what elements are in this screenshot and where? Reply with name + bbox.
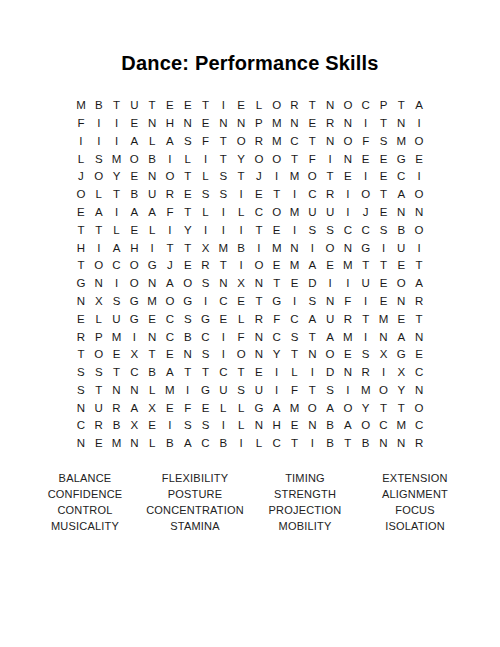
grid-cell-r10c7[interactable]: E — [179, 257, 197, 275]
grid-cell-r4c7[interactable]: L — [179, 150, 197, 168]
grid-cell-r19c13[interactable]: E — [286, 417, 304, 435]
grid-cell-r8c8[interactable]: I — [197, 222, 215, 240]
grid-cell-r16c6[interactable]: A — [161, 364, 179, 382]
grid-cell-r3c15[interactable]: N — [321, 133, 339, 151]
grid-cell-r5c9[interactable]: S — [214, 168, 232, 186]
grid-cell-r20c12[interactable]: C — [268, 435, 286, 453]
grid-cell-r16c4[interactable]: C — [125, 364, 143, 382]
grid-cell-r8c13[interactable]: I — [286, 222, 304, 240]
grid-cell-r4c13[interactable]: T — [286, 150, 304, 168]
grid-cell-r10c6[interactable]: J — [161, 257, 179, 275]
grid-cell-r12c19[interactable]: N — [392, 293, 410, 311]
grid-cell-r6c11[interactable]: E — [250, 186, 268, 204]
grid-cell-r5c15[interactable]: T — [321, 168, 339, 186]
grid-cell-r9c18[interactable]: I — [375, 239, 393, 257]
grid-cell-r5c2[interactable]: O — [90, 168, 108, 186]
grid-cell-r12c17[interactable]: I — [357, 293, 375, 311]
grid-cell-r8c14[interactable]: S — [303, 222, 321, 240]
grid-cell-r2c18[interactable]: T — [375, 115, 393, 133]
grid-cell-r17c1[interactable]: S — [72, 382, 90, 400]
grid-cell-r17c9[interactable]: U — [214, 382, 232, 400]
grid-cell-r3c1[interactable]: I — [72, 133, 90, 151]
grid-cell-r4c16[interactable]: N — [339, 150, 357, 168]
grid-cell-r16c11[interactable]: E — [250, 364, 268, 382]
grid-cell-r15c18[interactable]: X — [375, 346, 393, 364]
grid-cell-r4c9[interactable]: T — [214, 150, 232, 168]
grid-cell-r10c9[interactable]: T — [214, 257, 232, 275]
grid-cell-r2c8[interactable]: E — [197, 115, 215, 133]
grid-cell-r3c5[interactable]: L — [143, 133, 161, 151]
grid-cell-r19c1[interactable]: C — [72, 417, 90, 435]
grid-cell-r6c15[interactable]: R — [321, 186, 339, 204]
grid-cell-r3c9[interactable]: T — [214, 133, 232, 151]
grid-cell-r4c3[interactable]: M — [108, 150, 126, 168]
grid-cell-r19c2[interactable]: R — [90, 417, 108, 435]
grid-cell-r12c8[interactable]: I — [197, 293, 215, 311]
grid-cell-r9c8[interactable]: X — [197, 239, 215, 257]
grid-cell-r17c5[interactable]: L — [143, 382, 161, 400]
grid-cell-r19c14[interactable]: N — [303, 417, 321, 435]
grid-cell-r8c15[interactable]: S — [321, 222, 339, 240]
grid-cell-r2c17[interactable]: I — [357, 115, 375, 133]
grid-cell-r14c4[interactable]: I — [125, 328, 143, 346]
grid-cell-r1c9[interactable]: I — [214, 97, 232, 115]
grid-cell-r10c10[interactable]: I — [232, 257, 250, 275]
grid-cell-r1c5[interactable]: T — [143, 97, 161, 115]
grid-cell-r17c17[interactable]: M — [357, 382, 375, 400]
grid-cell-r16c19[interactable]: X — [392, 364, 410, 382]
grid-cell-r4c10[interactable]: Y — [232, 150, 250, 168]
grid-cell-r18c10[interactable]: L — [232, 400, 250, 418]
grid-cell-r16c17[interactable]: R — [357, 364, 375, 382]
grid-cell-r16c18[interactable]: I — [375, 364, 393, 382]
grid-cell-r6c9[interactable]: S — [214, 186, 232, 204]
grid-cell-r14c19[interactable]: A — [392, 328, 410, 346]
grid-cell-r11c17[interactable]: U — [357, 275, 375, 293]
grid-cell-r18c6[interactable]: E — [161, 400, 179, 418]
grid-cell-r5c8[interactable]: L — [197, 168, 215, 186]
grid-cell-r2c12[interactable]: M — [268, 115, 286, 133]
grid-cell-r15c5[interactable]: T — [143, 346, 161, 364]
grid-cell-r15c14[interactable]: N — [303, 346, 321, 364]
grid-cell-r20c7[interactable]: A — [179, 435, 197, 453]
grid-cell-r5c7[interactable]: T — [179, 168, 197, 186]
grid-cell-r11c3[interactable]: I — [108, 275, 126, 293]
grid-cell-r2c16[interactable]: N — [339, 115, 357, 133]
grid-cell-r2c5[interactable]: N — [143, 115, 161, 133]
grid-cell-r2c11[interactable]: P — [250, 115, 268, 133]
grid-cell-r17c14[interactable]: T — [303, 382, 321, 400]
grid-cell-r17c8[interactable]: G — [197, 382, 215, 400]
grid-cell-r11c1[interactable]: G — [72, 275, 90, 293]
grid-cell-r16c20[interactable]: C — [410, 364, 428, 382]
grid-cell-r9c11[interactable]: I — [250, 239, 268, 257]
grid-cell-r8c2[interactable]: T — [90, 222, 108, 240]
grid-cell-r14c14[interactable]: T — [303, 328, 321, 346]
grid-cell-r17c20[interactable]: N — [410, 382, 428, 400]
grid-cell-r11c15[interactable]: I — [321, 275, 339, 293]
grid-cell-r19c18[interactable]: C — [375, 417, 393, 435]
grid-cell-r11c14[interactable]: D — [303, 275, 321, 293]
grid-cell-r14c7[interactable]: B — [179, 328, 197, 346]
grid-cell-r5c12[interactable]: I — [268, 168, 286, 186]
grid-cell-r12c6[interactable]: O — [161, 293, 179, 311]
grid-cell-r18c11[interactable]: G — [250, 400, 268, 418]
grid-cell-r12c12[interactable]: G — [268, 293, 286, 311]
grid-cell-r9c16[interactable]: N — [339, 239, 357, 257]
grid-cell-r18c17[interactable]: Y — [357, 400, 375, 418]
grid-cell-r11c13[interactable]: E — [286, 275, 304, 293]
grid-cell-r10c16[interactable]: M — [339, 257, 357, 275]
grid-cell-r7c8[interactable]: L — [197, 204, 215, 222]
grid-cell-r13c6[interactable]: C — [161, 311, 179, 329]
grid-cell-r17c3[interactable]: N — [108, 382, 126, 400]
grid-cell-r6c6[interactable]: R — [161, 186, 179, 204]
grid-cell-r5c13[interactable]: M — [286, 168, 304, 186]
grid-cell-r10c5[interactable]: G — [143, 257, 161, 275]
grid-cell-r2c2[interactable]: I — [90, 115, 108, 133]
grid-cell-r7c10[interactable]: L — [232, 204, 250, 222]
grid-cell-r7c15[interactable]: U — [321, 204, 339, 222]
grid-cell-r20c15[interactable]: B — [321, 435, 339, 453]
grid-cell-r19c16[interactable]: A — [339, 417, 357, 435]
grid-cell-r20c8[interactable]: C — [197, 435, 215, 453]
grid-cell-r17c16[interactable]: I — [339, 382, 357, 400]
grid-cell-r18c14[interactable]: O — [303, 400, 321, 418]
grid-cell-r7c20[interactable]: N — [410, 204, 428, 222]
grid-cell-r16c16[interactable]: N — [339, 364, 357, 382]
grid-cell-r1c11[interactable]: L — [250, 97, 268, 115]
grid-cell-r17c10[interactable]: S — [232, 382, 250, 400]
grid-cell-r16c3[interactable]: T — [108, 364, 126, 382]
grid-cell-r7c17[interactable]: J — [357, 204, 375, 222]
grid-cell-r7c4[interactable]: A — [125, 204, 143, 222]
grid-cell-r12c5[interactable]: M — [143, 293, 161, 311]
grid-cell-r2c1[interactable]: F — [72, 115, 90, 133]
grid-cell-r8c9[interactable]: I — [214, 222, 232, 240]
grid-cell-r1c16[interactable]: O — [339, 97, 357, 115]
grid-cell-r9c9[interactable]: M — [214, 239, 232, 257]
grid-cell-r19c7[interactable]: S — [179, 417, 197, 435]
grid-cell-r12c11[interactable]: T — [250, 293, 268, 311]
grid-cell-r14c16[interactable]: M — [339, 328, 357, 346]
grid-cell-r1c14[interactable]: T — [303, 97, 321, 115]
grid-cell-r13c19[interactable]: E — [392, 311, 410, 329]
grid-cell-r9c17[interactable]: G — [357, 239, 375, 257]
grid-cell-r11c12[interactable]: T — [268, 275, 286, 293]
grid-cell-r8c16[interactable]: C — [339, 222, 357, 240]
grid-cell-r9c6[interactable]: T — [161, 239, 179, 257]
grid-cell-r15c3[interactable]: E — [108, 346, 126, 364]
grid-cell-r13c12[interactable]: F — [268, 311, 286, 329]
grid-cell-r5c11[interactable]: J — [250, 168, 268, 186]
grid-cell-r17c13[interactable]: F — [286, 382, 304, 400]
grid-cell-r6c14[interactable]: C — [303, 186, 321, 204]
grid-cell-r11c5[interactable]: N — [143, 275, 161, 293]
grid-cell-r12c3[interactable]: S — [108, 293, 126, 311]
grid-cell-r19c11[interactable]: N — [250, 417, 268, 435]
grid-cell-r7c13[interactable]: M — [286, 204, 304, 222]
grid-cell-r19c5[interactable]: E — [143, 417, 161, 435]
grid-cell-r20c6[interactable]: B — [161, 435, 179, 453]
grid-cell-r11c2[interactable]: N — [90, 275, 108, 293]
grid-cell-r1c13[interactable]: R — [286, 97, 304, 115]
grid-cell-r19c8[interactable]: S — [197, 417, 215, 435]
grid-cell-r12c10[interactable]: E — [232, 293, 250, 311]
grid-cell-r7c2[interactable]: A — [90, 204, 108, 222]
grid-cell-r15c16[interactable]: E — [339, 346, 357, 364]
grid-cell-r14c8[interactable]: C — [197, 328, 215, 346]
grid-cell-r11c8[interactable]: S — [197, 275, 215, 293]
grid-cell-r13c14[interactable]: A — [303, 311, 321, 329]
grid-cell-r9c3[interactable]: A — [108, 239, 126, 257]
grid-cell-r16c5[interactable]: B — [143, 364, 161, 382]
grid-cell-r10c17[interactable]: T — [357, 257, 375, 275]
grid-cell-r8c4[interactable]: E — [125, 222, 143, 240]
grid-cell-r5c5[interactable]: N — [143, 168, 161, 186]
grid-cell-r9c4[interactable]: H — [125, 239, 143, 257]
grid-cell-r7c19[interactable]: N — [392, 204, 410, 222]
grid-cell-r16c1[interactable]: S — [72, 364, 90, 382]
grid-cell-r10c19[interactable]: E — [392, 257, 410, 275]
grid-cell-r17c7[interactable]: I — [179, 382, 197, 400]
grid-cell-r10c12[interactable]: E — [268, 257, 286, 275]
grid-cell-r20c5[interactable]: L — [143, 435, 161, 453]
grid-cell-r5c3[interactable]: Y — [108, 168, 126, 186]
grid-cell-r13c16[interactable]: R — [339, 311, 357, 329]
grid-cell-r3c13[interactable]: C — [286, 133, 304, 151]
grid-cell-r17c2[interactable]: T — [90, 382, 108, 400]
grid-cell-r13c13[interactable]: C — [286, 311, 304, 329]
grid-cell-r14c9[interactable]: I — [214, 328, 232, 346]
grid-cell-r3c11[interactable]: R — [250, 133, 268, 151]
grid-cell-r9c14[interactable]: I — [303, 239, 321, 257]
grid-cell-r7c14[interactable]: U — [303, 204, 321, 222]
grid-cell-r19c10[interactable]: L — [232, 417, 250, 435]
grid-cell-r15c17[interactable]: S — [357, 346, 375, 364]
grid-cell-r8c7[interactable]: Y — [179, 222, 197, 240]
grid-cell-r13c7[interactable]: S — [179, 311, 197, 329]
grid-cell-r8c19[interactable]: B — [392, 222, 410, 240]
grid-cell-r18c7[interactable]: F — [179, 400, 197, 418]
grid-cell-r11c16[interactable]: I — [339, 275, 357, 293]
grid-cell-r11c10[interactable]: X — [232, 275, 250, 293]
grid-cell-r6c13[interactable]: I — [286, 186, 304, 204]
grid-cell-r9c19[interactable]: U — [392, 239, 410, 257]
grid-cell-r20c4[interactable]: N — [125, 435, 143, 453]
grid-cell-r18c13[interactable]: M — [286, 400, 304, 418]
grid-cell-r13c4[interactable]: G — [125, 311, 143, 329]
grid-cell-r17c15[interactable]: S — [321, 382, 339, 400]
grid-cell-r13c10[interactable]: L — [232, 311, 250, 329]
grid-cell-r4c18[interactable]: E — [375, 150, 393, 168]
grid-cell-r16c2[interactable]: S — [90, 364, 108, 382]
grid-cell-r7c18[interactable]: E — [375, 204, 393, 222]
grid-cell-r7c6[interactable]: F — [161, 204, 179, 222]
grid-cell-r18c19[interactable]: T — [392, 400, 410, 418]
grid-cell-r4c4[interactable]: O — [125, 150, 143, 168]
grid-cell-r9c2[interactable]: I — [90, 239, 108, 257]
grid-cell-r9c13[interactable]: N — [286, 239, 304, 257]
grid-cell-r2c6[interactable]: H — [161, 115, 179, 133]
grid-cell-r16c12[interactable]: I — [268, 364, 286, 382]
grid-cell-r3c19[interactable]: M — [392, 133, 410, 151]
grid-cell-r1c12[interactable]: O — [268, 97, 286, 115]
grid-cell-r15c7[interactable]: N — [179, 346, 197, 364]
grid-cell-r16c9[interactable]: C — [214, 364, 232, 382]
grid-cell-r16c10[interactable]: T — [232, 364, 250, 382]
grid-cell-r6c4[interactable]: B — [125, 186, 143, 204]
grid-cell-r10c2[interactable]: O — [90, 257, 108, 275]
grid-cell-r11c19[interactable]: O — [392, 275, 410, 293]
grid-cell-r17c11[interactable]: U — [250, 382, 268, 400]
grid-cell-r6c20[interactable]: O — [410, 186, 428, 204]
grid-cell-r10c1[interactable]: T — [72, 257, 90, 275]
grid-cell-r1c8[interactable]: T — [197, 97, 215, 115]
grid-cell-r3c10[interactable]: O — [232, 133, 250, 151]
grid-cell-r2c20[interactable]: I — [410, 115, 428, 133]
grid-cell-r5c18[interactable]: E — [375, 168, 393, 186]
grid-cell-r13c5[interactable]: E — [143, 311, 161, 329]
grid-cell-r10c11[interactable]: O — [250, 257, 268, 275]
grid-cell-r14c17[interactable]: I — [357, 328, 375, 346]
grid-cell-r15c1[interactable]: T — [72, 346, 90, 364]
grid-cell-r7c12[interactable]: O — [268, 204, 286, 222]
grid-cell-r4c6[interactable]: I — [161, 150, 179, 168]
grid-cell-r20c2[interactable]: E — [90, 435, 108, 453]
grid-cell-r1c1[interactable]: M — [72, 97, 90, 115]
grid-cell-r10c14[interactable]: A — [303, 257, 321, 275]
grid-cell-r2c13[interactable]: N — [286, 115, 304, 133]
grid-cell-r7c9[interactable]: I — [214, 204, 232, 222]
grid-cell-r12c13[interactable]: I — [286, 293, 304, 311]
grid-cell-r2c7[interactable]: N — [179, 115, 197, 133]
grid-cell-r18c4[interactable]: A — [125, 400, 143, 418]
grid-cell-r12c7[interactable]: G — [179, 293, 197, 311]
grid-cell-r20c11[interactable]: L — [250, 435, 268, 453]
grid-cell-r7c1[interactable]: E — [72, 204, 90, 222]
grid-cell-r12c1[interactable]: N — [72, 293, 90, 311]
grid-cell-r6c3[interactable]: T — [108, 186, 126, 204]
grid-cell-r6c5[interactable]: U — [143, 186, 161, 204]
grid-cell-r11c20[interactable]: A — [410, 275, 428, 293]
grid-cell-r4c8[interactable]: I — [197, 150, 215, 168]
grid-cell-r12c9[interactable]: C — [214, 293, 232, 311]
grid-cell-r6c19[interactable]: A — [392, 186, 410, 204]
grid-cell-r6c8[interactable]: S — [197, 186, 215, 204]
grid-cell-r10c20[interactable]: T — [410, 257, 428, 275]
grid-cell-r9c15[interactable]: O — [321, 239, 339, 257]
grid-cell-r14c2[interactable]: P — [90, 328, 108, 346]
grid-cell-r3c16[interactable]: O — [339, 133, 357, 151]
grid-cell-r8c17[interactable]: C — [357, 222, 375, 240]
grid-cell-r3c12[interactable]: M — [268, 133, 286, 151]
grid-cell-r16c13[interactable]: L — [286, 364, 304, 382]
grid-cell-r18c8[interactable]: E — [197, 400, 215, 418]
grid-cell-r16c14[interactable]: I — [303, 364, 321, 382]
grid-cell-r17c6[interactable]: M — [161, 382, 179, 400]
grid-cell-r14c3[interactable]: M — [108, 328, 126, 346]
grid-cell-r3c17[interactable]: F — [357, 133, 375, 151]
grid-cell-r10c8[interactable]: R — [197, 257, 215, 275]
grid-cell-r3c18[interactable]: S — [375, 133, 393, 151]
grid-cell-r6c10[interactable]: I — [232, 186, 250, 204]
grid-cell-r1c17[interactable]: C — [357, 97, 375, 115]
grid-cell-r5c16[interactable]: E — [339, 168, 357, 186]
grid-cell-r13c15[interactable]: U — [321, 311, 339, 329]
grid-cell-r7c3[interactable]: I — [108, 204, 126, 222]
grid-cell-r10c13[interactable]: M — [286, 257, 304, 275]
grid-cell-r20c3[interactable]: M — [108, 435, 126, 453]
grid-cell-r18c20[interactable]: O — [410, 400, 428, 418]
grid-cell-r15c2[interactable]: O — [90, 346, 108, 364]
grid-cell-r2c3[interactable]: I — [108, 115, 126, 133]
grid-cell-r9c10[interactable]: B — [232, 239, 250, 257]
grid-cell-r15c19[interactable]: G — [392, 346, 410, 364]
grid-cell-r3c3[interactable]: I — [108, 133, 126, 151]
grid-cell-r10c15[interactable]: E — [321, 257, 339, 275]
grid-cell-r7c11[interactable]: C — [250, 204, 268, 222]
grid-cell-r15c15[interactable]: O — [321, 346, 339, 364]
grid-cell-r15c8[interactable]: S — [197, 346, 215, 364]
grid-cell-r8c18[interactable]: S — [375, 222, 393, 240]
grid-cell-r9c12[interactable]: M — [268, 239, 286, 257]
grid-cell-r8c11[interactable]: T — [250, 222, 268, 240]
grid-cell-r12c20[interactable]: R — [410, 293, 428, 311]
grid-cell-r6c17[interactable]: O — [357, 186, 375, 204]
grid-cell-r4c20[interactable]: E — [410, 150, 428, 168]
grid-cell-r8c10[interactable]: I — [232, 222, 250, 240]
grid-cell-r10c4[interactable]: O — [125, 257, 143, 275]
grid-cell-r1c3[interactable]: T — [108, 97, 126, 115]
grid-cell-r16c8[interactable]: T — [197, 364, 215, 382]
grid-cell-r2c9[interactable]: N — [214, 115, 232, 133]
grid-cell-r18c12[interactable]: A — [268, 400, 286, 418]
grid-cell-r1c20[interactable]: A — [410, 97, 428, 115]
grid-cell-r5c20[interactable]: I — [410, 168, 428, 186]
grid-cell-r19c17[interactable]: O — [357, 417, 375, 435]
grid-cell-r14c18[interactable]: N — [375, 328, 393, 346]
grid-cell-r14c13[interactable]: S — [286, 328, 304, 346]
grid-cell-r12c15[interactable]: N — [321, 293, 339, 311]
grid-cell-r10c3[interactable]: C — [108, 257, 126, 275]
grid-cell-r13c8[interactable]: G — [197, 311, 215, 329]
grid-cell-r20c9[interactable]: B — [214, 435, 232, 453]
grid-cell-r6c16[interactable]: I — [339, 186, 357, 204]
grid-cell-r9c7[interactable]: T — [179, 239, 197, 257]
grid-cell-r9c1[interactable]: H — [72, 239, 90, 257]
grid-cell-r18c9[interactable]: L — [214, 400, 232, 418]
grid-cell-r2c15[interactable]: R — [321, 115, 339, 133]
grid-cell-r16c7[interactable]: T — [179, 364, 197, 382]
grid-cell-r1c15[interactable]: N — [321, 97, 339, 115]
grid-cell-r9c5[interactable]: I — [143, 239, 161, 257]
grid-cell-r15c12[interactable]: Y — [268, 346, 286, 364]
grid-cell-r18c16[interactable]: O — [339, 400, 357, 418]
grid-cell-r18c18[interactable]: T — [375, 400, 393, 418]
grid-cell-r2c10[interactable]: N — [232, 115, 250, 133]
grid-cell-r7c5[interactable]: A — [143, 204, 161, 222]
grid-cell-r19c4[interactable]: X — [125, 417, 143, 435]
grid-cell-r8c12[interactable]: E — [268, 222, 286, 240]
grid-cell-r15c9[interactable]: I — [214, 346, 232, 364]
grid-cell-r16c15[interactable]: D — [321, 364, 339, 382]
grid-cell-r3c6[interactable]: A — [161, 133, 179, 151]
grid-cell-r3c7[interactable]: S — [179, 133, 197, 151]
grid-cell-r4c14[interactable]: F — [303, 150, 321, 168]
grid-cell-r18c3[interactable]: R — [108, 400, 126, 418]
grid-cell-r7c7[interactable]: T — [179, 204, 197, 222]
